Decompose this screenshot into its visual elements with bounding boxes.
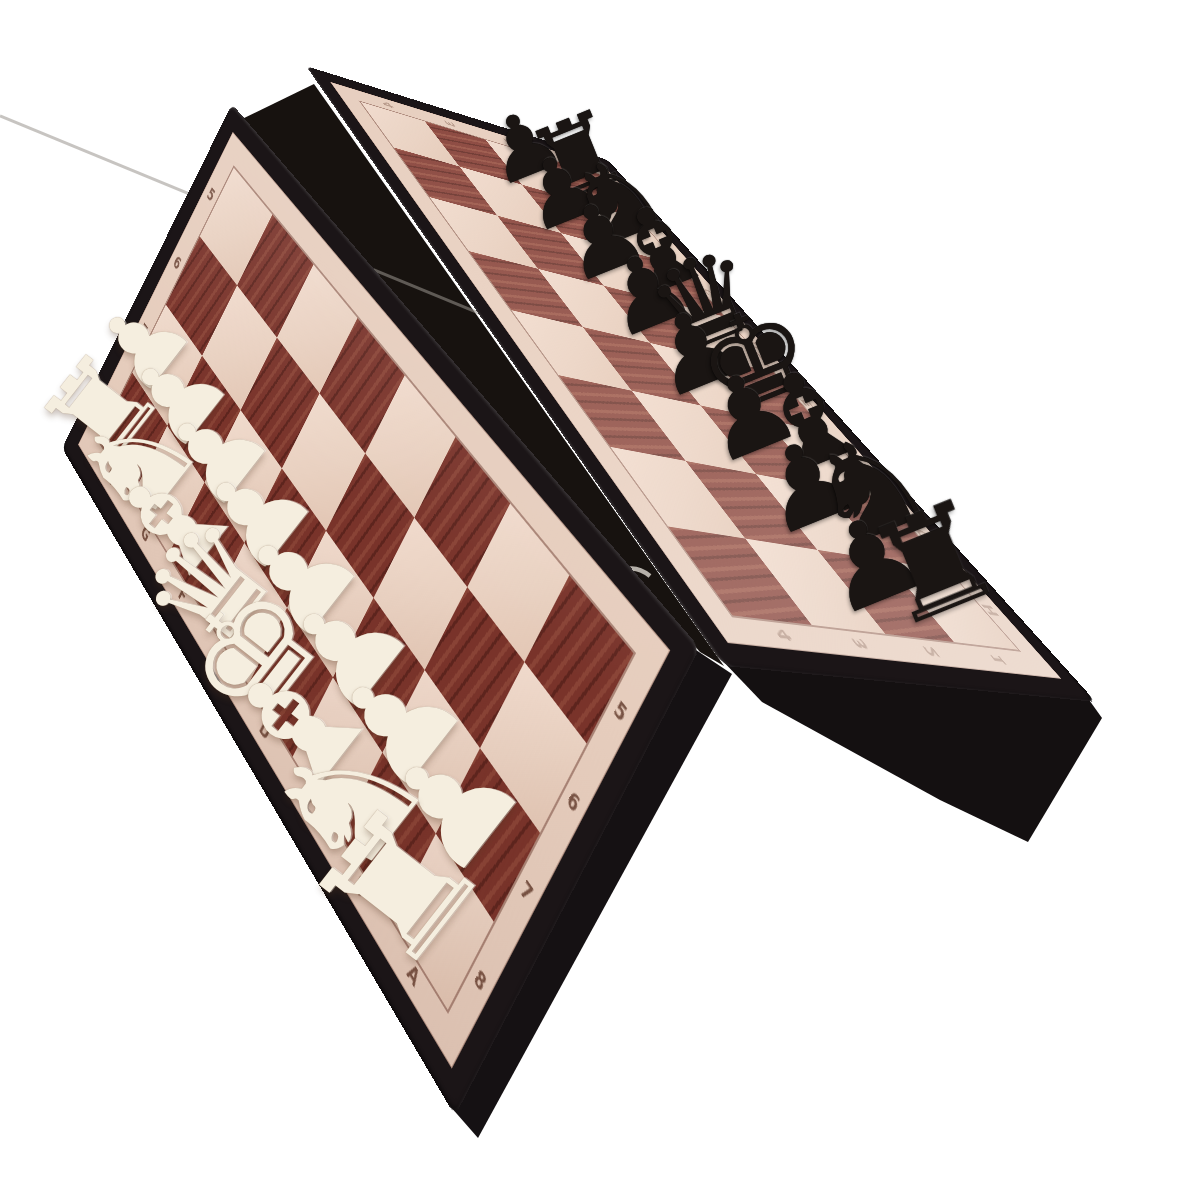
- rank-label: 3: [841, 629, 879, 658]
- folding-magnetic-chess-set-photo: 55667788HGFEDCBA44332211ABCDEFGH♟♜♟♞♟♝♟♛…: [0, 0, 1200, 1200]
- rank-label: 2: [913, 638, 950, 666]
- rank-label: 4: [765, 620, 804, 650]
- rank-label: 1: [980, 646, 1017, 673]
